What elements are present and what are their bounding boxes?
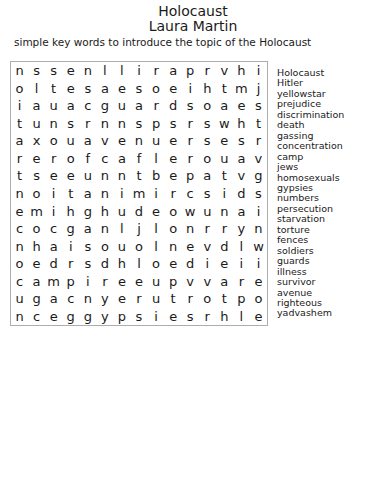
grid-cell[interactable]: n [96, 185, 113, 203]
grid-cell[interactable]: r [233, 272, 250, 290]
grid-cell[interactable]: s [130, 115, 147, 133]
grid-cell[interactable]: m [28, 202, 45, 220]
grid-cell[interactable]: i [148, 307, 165, 325]
grid-cell[interactable]: a [130, 97, 147, 115]
grid-cell[interactable]: l [130, 255, 147, 273]
grid-cell[interactable]: s [28, 167, 45, 185]
grid-cell[interactable]: b [148, 167, 165, 185]
grid-cell[interactable]: u [148, 132, 165, 150]
grid-cell[interactable]: e [250, 307, 267, 325]
grid-cell[interactable]: n [113, 167, 130, 185]
grid-cell[interactable]: e [216, 132, 233, 150]
grid-cell[interactable]: n [11, 237, 28, 255]
grid-cell[interactable]: n [96, 167, 113, 185]
grid-cell[interactable]: c [11, 272, 28, 290]
grid-cell[interactable]: l [233, 237, 250, 255]
grid-cell[interactable]: c [79, 97, 96, 115]
grid-cell[interactable]: i [113, 185, 130, 203]
grid-cell[interactable]: u [216, 150, 233, 168]
grid-cell[interactable]: i [250, 62, 267, 80]
grid-cell[interactable]: m [45, 272, 62, 290]
grid-cell[interactable]: e [130, 272, 147, 290]
grid-cell[interactable]: n [45, 115, 62, 133]
grid-cell[interactable]: e [11, 202, 28, 220]
grid-cell[interactable]: o [199, 290, 216, 308]
grid-cell[interactable]: r [96, 272, 113, 290]
grid-cell[interactable]: t [45, 80, 62, 98]
grid-cell[interactable]: i [11, 97, 28, 115]
grid-cell[interactable]: e [62, 167, 79, 185]
grid-cell[interactable]: n [216, 202, 233, 220]
grid-cell[interactable]: d [216, 237, 233, 255]
grid-cell[interactable]: v [250, 150, 267, 168]
grid-cell[interactable]: u [28, 115, 45, 133]
grid-cell[interactable]: g [79, 202, 96, 220]
word-search-grid: nssenlliraprvhioltesaesoeihtmjiauacguard… [10, 61, 268, 326]
grid-cell[interactable]: c [96, 150, 113, 168]
grid-cell[interactable]: t [11, 115, 28, 133]
grid-cell[interactable]: i [199, 255, 216, 273]
grid-cell[interactable]: a [79, 132, 96, 150]
grid-cell[interactable]: o [28, 220, 45, 238]
grid-cell[interactable]: i [45, 185, 62, 203]
grid-cell[interactable]: n [113, 115, 130, 133]
grid-cell[interactable]: j [130, 220, 147, 238]
grid-cell[interactable]: n [11, 307, 28, 325]
grid-cell[interactable]: e [165, 132, 182, 150]
grid-cell[interactable]: g [79, 307, 96, 325]
grid-cell[interactable]: s [250, 185, 267, 203]
grid-cell[interactable]: a [79, 220, 96, 238]
grid-cell[interactable]: r [148, 62, 165, 80]
grid-cell[interactable]: a [79, 185, 96, 203]
grid-cell[interactable]: c [11, 220, 28, 238]
grid-cell[interactable]: h [199, 80, 216, 98]
grid-cell[interactable]: i [130, 62, 147, 80]
grid-cell[interactable]: r [182, 115, 199, 133]
puzzle-layout: nssenlliraprvhioltesaesoeihtmjiauacguard… [10, 61, 386, 326]
grid-cell[interactable]: l [148, 220, 165, 238]
grid-cell[interactable]: o [11, 255, 28, 273]
grid-cell[interactable]: e [250, 272, 267, 290]
grid-cell[interactable]: r [79, 115, 96, 133]
grid-cell[interactable]: n [11, 185, 28, 203]
grid-cell[interactable]: t [165, 290, 182, 308]
grid-cell[interactable]: n [79, 290, 96, 308]
grid-cell[interactable]: h [216, 307, 233, 325]
grid-cell[interactable]: y [96, 307, 113, 325]
grid-cell[interactable]: o [165, 202, 182, 220]
word-list-item: jews [277, 162, 344, 172]
grid-cell[interactable]: t [216, 167, 233, 185]
grid-cell[interactable]: v [199, 272, 216, 290]
grid-cell[interactable]: x [28, 132, 45, 150]
page: { "game": "word-search", "header": { "ti… [0, 0, 386, 500]
grid-cell[interactable]: f [79, 150, 96, 168]
grid-cell[interactable]: g [96, 97, 113, 115]
grid-cell[interactable]: y [233, 220, 250, 238]
word-list-item: yadvashem [277, 308, 344, 318]
grid-cell[interactable]: u [199, 202, 216, 220]
grid-cell[interactable]: r [130, 290, 147, 308]
grid-cell[interactable]: e [148, 202, 165, 220]
grid-cell[interactable]: n [79, 62, 96, 80]
grid-cell[interactable]: u [79, 167, 96, 185]
grid-cell[interactable]: o [148, 255, 165, 273]
grid-cell[interactable]: h [96, 202, 113, 220]
grid-cell[interactable]: p [182, 62, 199, 80]
grid-cell[interactable]: g [28, 290, 45, 308]
grid-cell[interactable]: g [62, 220, 79, 238]
grid-cell[interactable]: o [199, 97, 216, 115]
word-list-item: survivor [277, 277, 344, 287]
grid-cell[interactable]: a [96, 80, 113, 98]
grid-cell[interactable]: s [130, 307, 147, 325]
grid-cell[interactable]: a [62, 97, 79, 115]
grid-cell[interactable]: c [62, 290, 79, 308]
grid-cell[interactable]: n [96, 220, 113, 238]
grid-cell[interactable]: v [216, 62, 233, 80]
grid-cell[interactable]: w [182, 202, 199, 220]
grid-cell[interactable]: i [233, 255, 250, 273]
author-name: Laura Martin [0, 19, 386, 34]
grid-cell[interactable]: v [199, 237, 216, 255]
grid-cell[interactable]: p [165, 272, 182, 290]
grid-cell[interactable]: l [96, 62, 113, 80]
grid-cell[interactable]: l [113, 62, 130, 80]
grid-cell[interactable]: o [96, 237, 113, 255]
page-title: Holocaust [0, 4, 386, 19]
grid-cell[interactable]: e [28, 150, 45, 168]
grid-cell[interactable]: r [148, 97, 165, 115]
grid-cell[interactable]: v [182, 272, 199, 290]
grid-cell[interactable]: s [45, 62, 62, 80]
grid-cell[interactable]: e [113, 290, 130, 308]
grid-cell[interactable]: m [130, 185, 147, 203]
grid-cell[interactable]: h [28, 237, 45, 255]
grid-cell[interactable]: l [148, 150, 165, 168]
grid-cell[interactable]: e [165, 80, 182, 98]
grid-cell[interactable]: e [45, 167, 62, 185]
grid-cell[interactable]: r [182, 290, 199, 308]
grid-cell[interactable]: l [113, 220, 130, 238]
grid-cell[interactable]: p [182, 167, 199, 185]
grid-cell[interactable]: l [148, 237, 165, 255]
grid-cell[interactable]: j [250, 80, 267, 98]
grid-cell[interactable]: d [233, 185, 250, 203]
grid-cell[interactable]: r [182, 132, 199, 150]
grid-cell[interactable]: t [216, 290, 233, 308]
grid-cell[interactable]: a [199, 167, 216, 185]
grid-cell[interactable]: s [199, 185, 216, 203]
grid-cell[interactable]: n [250, 220, 267, 238]
grid-cell[interactable]: n [165, 237, 182, 255]
grid-cell[interactable]: a [45, 237, 62, 255]
grid-cell[interactable]: i [250, 255, 267, 273]
grid-cell[interactable]: w [250, 237, 267, 255]
grid-cell[interactable]: c [182, 185, 199, 203]
grid-cell[interactable]: o [199, 150, 216, 168]
grid-cell[interactable]: r [11, 150, 28, 168]
grid-cell[interactable]: u [148, 290, 165, 308]
grid-cell[interactable]: d [45, 255, 62, 273]
grid-cell[interactable]: u [62, 132, 79, 150]
grid-cell[interactable]: e [62, 80, 79, 98]
grid-cell[interactable]: p [62, 272, 79, 290]
grid-cell[interactable]: o [130, 237, 147, 255]
grid-cell[interactable]: a [216, 97, 233, 115]
grid-cell[interactable]: c [28, 307, 45, 325]
grid-cell[interactable]: a [45, 290, 62, 308]
grid-cell[interactable]: t [130, 167, 147, 185]
grid-cell[interactable]: u [148, 272, 165, 290]
grid-cell[interactable]: d [96, 255, 113, 273]
grid-cell[interactable]: e [165, 307, 182, 325]
grid-cell[interactable]: a [28, 97, 45, 115]
grid-cell[interactable]: s [62, 115, 79, 133]
grid-cell[interactable]: f [130, 150, 147, 168]
grid-cell[interactable]: n [96, 115, 113, 133]
grid-cell[interactable]: u [113, 237, 130, 255]
grid-cell[interactable]: e [165, 167, 182, 185]
grid-cell[interactable]: e [182, 237, 199, 255]
grid-cell[interactable]: o [45, 132, 62, 150]
grid-cell[interactable]: w [216, 115, 233, 133]
grid-cell[interactable]: s [250, 97, 267, 115]
grid-cell[interactable]: i [79, 272, 96, 290]
grid-cell[interactable]: i [182, 80, 199, 98]
grid-cell[interactable]: d [182, 255, 199, 273]
header: Holocaust Laura Martin simple key words … [0, 0, 386, 48]
grid-cell[interactable]: i [148, 185, 165, 203]
grid-cell[interactable]: o [62, 150, 79, 168]
grid-cell[interactable]: a [216, 272, 233, 290]
grid-cell[interactable]: r [45, 150, 62, 168]
grid-cell[interactable]: a [233, 150, 250, 168]
grid-cell[interactable]: o [28, 185, 45, 203]
grid-cell[interactable]: r [199, 307, 216, 325]
grid-cell[interactable]: n [11, 62, 28, 80]
grid-cell[interactable]: y [96, 290, 113, 308]
grid-cell[interactable]: s [28, 62, 45, 80]
grid-cell[interactable]: s [79, 237, 96, 255]
grid-cell[interactable]: a [28, 272, 45, 290]
grid-cell[interactable]: g [62, 307, 79, 325]
grid-cell[interactable]: s [79, 255, 96, 273]
grid-cell[interactable]: r [199, 62, 216, 80]
grid-cell[interactable]: o [165, 220, 182, 238]
grid-cell[interactable]: e [165, 255, 182, 273]
grid-cell[interactable]: e [28, 255, 45, 273]
grid-cell[interactable]: m [233, 80, 250, 98]
grid-cell[interactable]: h [233, 62, 250, 80]
grid-cell[interactable]: r [250, 132, 267, 150]
grid-cell[interactable]: a [233, 202, 250, 220]
grid-cell[interactable]: g [250, 167, 267, 185]
grid-cell[interactable]: a [11, 132, 28, 150]
grid-cell[interactable]: s [199, 132, 216, 150]
word-list: HolocaustHitleryellowstarprejudicediscri… [277, 61, 344, 319]
grid-cell[interactable]: d [130, 202, 147, 220]
grid-cell[interactable]: n [130, 132, 147, 150]
grid-cell[interactable]: t [250, 115, 267, 133]
grid-cell[interactable]: o [250, 290, 267, 308]
grid-cell[interactable]: u [113, 97, 130, 115]
grid-cell[interactable]: s [199, 115, 216, 133]
grid-cell[interactable]: r [199, 220, 216, 238]
grid-cell[interactable]: r [62, 255, 79, 273]
grid-cell[interactable]: o [148, 80, 165, 98]
grid-cell[interactable]: v [233, 167, 250, 185]
grid-cell[interactable]: e [113, 272, 130, 290]
grid-cell[interactable]: a [165, 62, 182, 80]
grid-cell[interactable]: p [148, 115, 165, 133]
grid-cell[interactable]: u [113, 202, 130, 220]
grid-cell[interactable]: s [79, 80, 96, 98]
grid-cell[interactable]: s [130, 80, 147, 98]
grid-cell[interactable]: s [182, 307, 199, 325]
grid-cell[interactable]: r [182, 150, 199, 168]
grid-cell[interactable]: e [233, 97, 250, 115]
grid-cell[interactable]: t [216, 80, 233, 98]
grid-cell[interactable]: n [182, 220, 199, 238]
grid-cell[interactable]: h [113, 255, 130, 273]
grid-cell[interactable]: i [45, 202, 62, 220]
grid-cell[interactable]: s [182, 97, 199, 115]
subtitle: simple key words to introduce the topic … [14, 36, 386, 48]
grid-cell[interactable]: r [216, 220, 233, 238]
grid-cell[interactable]: e [113, 80, 130, 98]
grid-cell[interactable]: l [28, 80, 45, 98]
grid-cell[interactable]: o [11, 80, 28, 98]
grid-cell[interactable]: e [45, 307, 62, 325]
grid-cell[interactable]: i [62, 237, 79, 255]
grid-cell[interactable]: p [233, 290, 250, 308]
grid-cell[interactable]: u [11, 290, 28, 308]
grid-cell[interactable]: e [62, 62, 79, 80]
grid-cell[interactable]: i [216, 185, 233, 203]
grid-cell[interactable]: e [113, 132, 130, 150]
grid-cell[interactable]: c [45, 220, 62, 238]
grid-cell[interactable]: s [165, 115, 182, 133]
grid-cell[interactable]: h [62, 202, 79, 220]
grid-cell[interactable]: e [165, 150, 182, 168]
grid-cell[interactable]: d [165, 97, 182, 115]
grid-cell[interactable]: p [113, 307, 130, 325]
grid-cell[interactable]: l [233, 307, 250, 325]
grid-cell[interactable]: e [216, 255, 233, 273]
grid-cell[interactable]: r [165, 185, 182, 203]
grid-cell[interactable]: i [250, 202, 267, 220]
grid-cell[interactable]: t [11, 167, 28, 185]
grid-cell[interactable]: u [45, 97, 62, 115]
grid-cell[interactable]: a [113, 150, 130, 168]
grid-cell[interactable]: v [96, 132, 113, 150]
grid-cell[interactable]: s [233, 132, 250, 150]
grid-cell[interactable]: t [62, 185, 79, 203]
grid-cell[interactable]: h [233, 115, 250, 133]
